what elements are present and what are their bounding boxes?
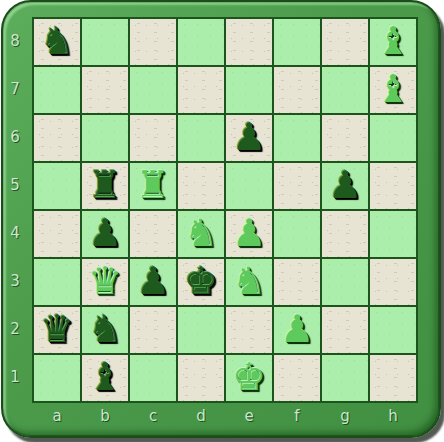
square-h7[interactable]: ♝ (370, 67, 416, 113)
piece-white-bishop[interactable]: ♝ (370, 19, 416, 65)
square-e7[interactable] (226, 67, 272, 113)
square-f5[interactable] (274, 163, 320, 209)
rank-label-7: 7 (0, 65, 30, 113)
square-a5[interactable] (34, 163, 80, 209)
piece-black-knight[interactable]: ♞ (34, 19, 80, 65)
square-d4[interactable]: ♞ (178, 211, 224, 257)
piece-white-bishop[interactable]: ♝ (370, 67, 416, 113)
square-b4[interactable]: ♟ (82, 211, 128, 257)
board: ♞♝♝♟♜♜♟♟♞♟♛♟♚♞♛♞♟♝♚ (32, 17, 418, 403)
square-d1[interactable] (178, 355, 224, 401)
square-d2[interactable] (178, 307, 224, 353)
piece-white-king[interactable]: ♚ (226, 355, 272, 401)
square-g5[interactable]: ♟ (322, 163, 368, 209)
piece-black-king[interactable]: ♚ (178, 259, 224, 305)
piece-black-pawn[interactable]: ♟ (226, 115, 272, 161)
square-f8[interactable] (274, 19, 320, 65)
piece-black-pawn[interactable]: ♟ (322, 163, 368, 209)
square-f7[interactable] (274, 67, 320, 113)
square-e6[interactable]: ♟ (226, 115, 272, 161)
piece-black-knight[interactable]: ♞ (82, 307, 128, 353)
square-c8[interactable] (130, 19, 176, 65)
square-f3[interactable] (274, 259, 320, 305)
square-e4[interactable]: ♟ (226, 211, 272, 257)
square-c3[interactable]: ♟ (130, 259, 176, 305)
square-f4[interactable] (274, 211, 320, 257)
square-f1[interactable] (274, 355, 320, 401)
rank-label-3: 3 (0, 257, 30, 305)
square-h4[interactable] (370, 211, 416, 257)
piece-white-knight[interactable]: ♞ (178, 211, 224, 257)
square-h5[interactable] (370, 163, 416, 209)
file-label-d: d (177, 403, 225, 429)
square-c7[interactable] (130, 67, 176, 113)
piece-white-rook[interactable]: ♜ (130, 163, 176, 209)
rank-label-8: 8 (0, 17, 30, 65)
square-g8[interactable] (322, 19, 368, 65)
square-d5[interactable] (178, 163, 224, 209)
square-a7[interactable] (34, 67, 80, 113)
square-b2[interactable]: ♞ (82, 307, 128, 353)
file-label-c: c (129, 403, 177, 429)
file-label-b: b (81, 403, 129, 429)
square-g3[interactable] (322, 259, 368, 305)
square-a2[interactable]: ♛ (34, 307, 80, 353)
square-c2[interactable] (130, 307, 176, 353)
piece-black-pawn[interactable]: ♟ (82, 211, 128, 257)
square-b6[interactable] (82, 115, 128, 161)
chess-app-window: ♞♝♝♟♜♜♟♟♞♟♛♟♚♞♛♞♟♝♚ 87654321 abcdefgh (0, 0, 444, 442)
piece-black-pawn[interactable]: ♟ (130, 259, 176, 305)
square-d7[interactable] (178, 67, 224, 113)
square-c6[interactable] (130, 115, 176, 161)
square-e3[interactable]: ♞ (226, 259, 272, 305)
square-b8[interactable] (82, 19, 128, 65)
square-g6[interactable] (322, 115, 368, 161)
piece-black-rook[interactable]: ♜ (82, 163, 128, 209)
file-label-g: g (321, 403, 369, 429)
square-d8[interactable] (178, 19, 224, 65)
rank-label-5: 5 (0, 161, 30, 209)
square-a1[interactable] (34, 355, 80, 401)
square-c1[interactable] (130, 355, 176, 401)
square-e8[interactable] (226, 19, 272, 65)
square-b1[interactable]: ♝ (82, 355, 128, 401)
rank-label-6: 6 (0, 113, 30, 161)
piece-white-knight[interactable]: ♞ (226, 259, 272, 305)
file-label-f: f (273, 403, 321, 429)
square-c4[interactable] (130, 211, 176, 257)
piece-white-pawn[interactable]: ♟ (274, 307, 320, 353)
square-b3[interactable]: ♛ (82, 259, 128, 305)
file-label-h: h (369, 403, 417, 429)
square-h6[interactable] (370, 115, 416, 161)
square-g1[interactable] (322, 355, 368, 401)
square-d3[interactable]: ♚ (178, 259, 224, 305)
rank-label-4: 4 (0, 209, 30, 257)
square-f6[interactable] (274, 115, 320, 161)
square-a3[interactable] (34, 259, 80, 305)
piece-black-bishop[interactable]: ♝ (82, 355, 128, 401)
piece-white-pawn[interactable]: ♟ (226, 211, 272, 257)
square-a6[interactable] (34, 115, 80, 161)
square-h2[interactable] (370, 307, 416, 353)
square-h8[interactable]: ♝ (370, 19, 416, 65)
square-a4[interactable] (34, 211, 80, 257)
rank-label-1: 1 (0, 353, 30, 401)
square-g7[interactable] (322, 67, 368, 113)
square-b7[interactable] (82, 67, 128, 113)
piece-black-queen[interactable]: ♛ (34, 307, 80, 353)
square-d6[interactable] (178, 115, 224, 161)
square-g2[interactable] (322, 307, 368, 353)
file-label-e: e (225, 403, 273, 429)
square-e1[interactable]: ♚ (226, 355, 272, 401)
square-h1[interactable] (370, 355, 416, 401)
square-g4[interactable] (322, 211, 368, 257)
square-b5[interactable]: ♜ (82, 163, 128, 209)
square-f2[interactable]: ♟ (274, 307, 320, 353)
square-c5[interactable]: ♜ (130, 163, 176, 209)
piece-white-queen[interactable]: ♛ (82, 259, 128, 305)
square-e2[interactable] (226, 307, 272, 353)
square-h3[interactable] (370, 259, 416, 305)
square-a8[interactable]: ♞ (34, 19, 80, 65)
rank-label-2: 2 (0, 305, 30, 353)
file-label-a: a (33, 403, 81, 429)
square-e5[interactable] (226, 163, 272, 209)
